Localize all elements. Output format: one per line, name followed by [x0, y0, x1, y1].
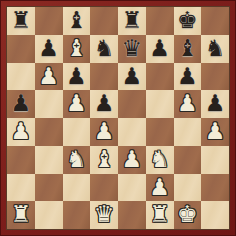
square-c3[interactable]: ♞	[63, 146, 91, 174]
square-e6[interactable]: ♟	[118, 63, 146, 91]
square-g6[interactable]: ♟	[174, 63, 202, 91]
square-d8[interactable]	[90, 7, 118, 35]
square-f8[interactable]	[146, 7, 174, 35]
square-f3[interactable]: ♞	[146, 146, 174, 174]
square-c5[interactable]: ♟	[63, 90, 91, 118]
square-h4[interactable]: ♟	[201, 118, 229, 146]
black-rook-icon: ♜	[122, 7, 143, 35]
black-pawn-icon: ♟	[94, 90, 115, 118]
square-c1[interactable]	[63, 201, 91, 229]
black-bishop-icon: ♝	[66, 7, 87, 35]
square-d5[interactable]: ♟	[90, 90, 118, 118]
black-knight-icon: ♞	[205, 35, 226, 63]
white-pawn-icon: ♟	[11, 118, 32, 146]
square-e1[interactable]	[118, 201, 146, 229]
black-pawn-icon: ♟	[38, 35, 59, 63]
white-bishop-icon: ♝	[94, 146, 115, 174]
square-b6[interactable]: ♟	[35, 63, 63, 91]
black-pawn-icon: ♟	[66, 63, 87, 91]
square-f6[interactable]	[146, 63, 174, 91]
square-a3[interactable]	[7, 146, 35, 174]
square-e5[interactable]	[118, 90, 146, 118]
square-b2[interactable]	[35, 174, 63, 202]
square-a6[interactable]	[7, 63, 35, 91]
white-king-icon: ♚	[177, 201, 198, 229]
white-pawn-icon: ♟	[149, 174, 170, 202]
square-d3[interactable]: ♝	[90, 146, 118, 174]
white-rook-icon: ♜	[149, 201, 170, 229]
square-d1[interactable]: ♛	[90, 201, 118, 229]
black-pawn-icon: ♟	[177, 63, 198, 91]
square-e7[interactable]: ♛	[118, 35, 146, 63]
square-g5[interactable]: ♟	[174, 90, 202, 118]
black-knight-icon: ♞	[94, 35, 115, 63]
square-d7[interactable]: ♞	[90, 35, 118, 63]
square-h8[interactable]	[201, 7, 229, 35]
black-pawn-icon: ♟	[205, 90, 226, 118]
square-a1[interactable]: ♜	[7, 201, 35, 229]
square-a7[interactable]	[7, 35, 35, 63]
square-b8[interactable]	[35, 7, 63, 35]
square-g8[interactable]: ♚	[174, 7, 202, 35]
square-g2[interactable]	[174, 174, 202, 202]
black-rook-icon: ♜	[11, 7, 32, 35]
square-h2[interactable]	[201, 174, 229, 202]
black-pawn-icon: ♟	[11, 90, 32, 118]
square-c2[interactable]	[63, 174, 91, 202]
square-c4[interactable]	[63, 118, 91, 146]
black-bishop-icon: ♝	[177, 35, 198, 63]
white-pawn-icon: ♟	[205, 118, 226, 146]
square-e4[interactable]	[118, 118, 146, 146]
square-f4[interactable]	[146, 118, 174, 146]
black-queen-icon: ♛	[122, 35, 143, 63]
square-b1[interactable]	[35, 201, 63, 229]
white-knight-icon: ♞	[149, 146, 170, 174]
chess-board: ♜♝♜♚♟♝♞♛♟♝♞♟♟♟♟♟♟♟♟♟♟♟♟♞♝♟♞♟♜♛♜♚	[7, 7, 229, 229]
white-knight-icon: ♞	[66, 146, 87, 174]
white-pawn-icon: ♟	[38, 63, 59, 91]
square-e8[interactable]: ♜	[118, 7, 146, 35]
square-a4[interactable]: ♟	[7, 118, 35, 146]
square-e3[interactable]: ♟	[118, 146, 146, 174]
square-h1[interactable]	[201, 201, 229, 229]
white-pawn-icon: ♟	[122, 146, 143, 174]
white-pawn-icon: ♟	[177, 90, 198, 118]
square-g1[interactable]: ♚	[174, 201, 202, 229]
white-pawn-icon: ♟	[94, 118, 115, 146]
square-g3[interactable]	[174, 146, 202, 174]
square-g4[interactable]	[174, 118, 202, 146]
square-d4[interactable]: ♟	[90, 118, 118, 146]
black-pawn-icon: ♟	[122, 63, 143, 91]
square-h7[interactable]: ♞	[201, 35, 229, 63]
square-d6[interactable]	[90, 63, 118, 91]
square-f7[interactable]: ♟	[146, 35, 174, 63]
chess-board-frame: ♜♝♜♚♟♝♞♛♟♝♞♟♟♟♟♟♟♟♟♟♟♟♟♞♝♟♞♟♜♛♜♚	[0, 0, 236, 236]
square-f2[interactable]: ♟	[146, 174, 174, 202]
square-c8[interactable]: ♝	[63, 7, 91, 35]
white-bishop-icon: ♝	[66, 35, 87, 63]
square-b5[interactable]	[35, 90, 63, 118]
square-a5[interactable]: ♟	[7, 90, 35, 118]
black-pawn-icon: ♟	[149, 35, 170, 63]
white-queen-icon: ♛	[94, 201, 115, 229]
square-c7[interactable]: ♝	[63, 35, 91, 63]
square-e2[interactable]	[118, 174, 146, 202]
square-d2[interactable]	[90, 174, 118, 202]
square-c6[interactable]: ♟	[63, 63, 91, 91]
white-rook-icon: ♜	[11, 201, 32, 229]
square-h3[interactable]	[201, 146, 229, 174]
square-b7[interactable]: ♟	[35, 35, 63, 63]
white-pawn-icon: ♟	[66, 90, 87, 118]
square-h5[interactable]: ♟	[201, 90, 229, 118]
square-f5[interactable]	[146, 90, 174, 118]
square-g7[interactable]: ♝	[174, 35, 202, 63]
square-f1[interactable]: ♜	[146, 201, 174, 229]
square-a8[interactable]: ♜	[7, 7, 35, 35]
square-a2[interactable]	[7, 174, 35, 202]
square-b4[interactable]	[35, 118, 63, 146]
square-b3[interactable]	[35, 146, 63, 174]
black-king-icon: ♚	[177, 7, 198, 35]
square-h6[interactable]	[201, 63, 229, 91]
